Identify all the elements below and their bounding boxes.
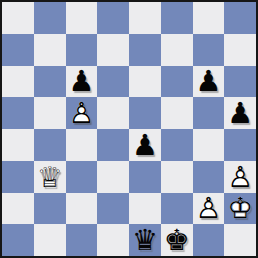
square-c3[interactable] — [66, 161, 98, 193]
square-b2[interactable] — [34, 193, 66, 225]
square-a7[interactable] — [2, 34, 34, 66]
square-b8[interactable] — [34, 2, 66, 34]
square-h1[interactable] — [224, 224, 256, 256]
square-e6[interactable] — [129, 66, 161, 98]
black-king[interactable]: ♚ — [161, 224, 193, 256]
white-queen-outline-glyph: ♕ — [34, 161, 66, 193]
square-f6[interactable] — [161, 66, 193, 98]
square-f1[interactable]: ♚ — [161, 224, 193, 256]
square-b3[interactable]: ♛♕ — [34, 161, 66, 193]
black-queen[interactable]: ♛ — [129, 224, 161, 256]
square-h5[interactable]: ♟ — [224, 97, 256, 129]
white-pawn-outline-glyph: ♙ — [224, 161, 256, 193]
square-f3[interactable] — [161, 161, 193, 193]
square-e3[interactable] — [129, 161, 161, 193]
white-pawn-outline-glyph: ♙ — [193, 193, 225, 225]
square-a8[interactable] — [2, 2, 34, 34]
square-d7[interactable] — [97, 34, 129, 66]
square-c2[interactable] — [66, 193, 98, 225]
square-h6[interactable] — [224, 66, 256, 98]
chess-board-frame: ♟♟♟♙♟♟♛♕♟♙♟♙♚♔♛♚ — [0, 0, 258, 258]
black-pawn[interactable]: ♟ — [224, 97, 256, 129]
square-g2[interactable]: ♟♙ — [193, 193, 225, 225]
square-b1[interactable] — [34, 224, 66, 256]
square-h2[interactable]: ♚♔ — [224, 193, 256, 225]
square-e2[interactable] — [129, 193, 161, 225]
square-g6[interactable]: ♟ — [193, 66, 225, 98]
square-b7[interactable] — [34, 34, 66, 66]
square-a2[interactable] — [2, 193, 34, 225]
square-h4[interactable] — [224, 129, 256, 161]
square-b6[interactable] — [34, 66, 66, 98]
square-e1[interactable]: ♛ — [129, 224, 161, 256]
square-e5[interactable] — [129, 97, 161, 129]
chess-board: ♟♟♟♙♟♟♛♕♟♙♟♙♚♔♛♚ — [2, 2, 256, 256]
square-c1[interactable] — [66, 224, 98, 256]
square-h3[interactable]: ♟♙ — [224, 161, 256, 193]
square-f8[interactable] — [161, 2, 193, 34]
square-a6[interactable] — [2, 66, 34, 98]
square-h8[interactable] — [224, 2, 256, 34]
square-g7[interactable] — [193, 34, 225, 66]
square-b5[interactable] — [34, 97, 66, 129]
black-pawn[interactable]: ♟ — [193, 66, 225, 98]
square-g1[interactable] — [193, 224, 225, 256]
square-d4[interactable] — [97, 129, 129, 161]
square-a4[interactable] — [2, 129, 34, 161]
square-f2[interactable] — [161, 193, 193, 225]
square-g4[interactable] — [193, 129, 225, 161]
square-a3[interactable] — [2, 161, 34, 193]
white-king[interactable]: ♚♔ — [224, 193, 256, 225]
black-king-fill-glyph: ♚ — [161, 224, 193, 256]
square-d8[interactable] — [97, 2, 129, 34]
square-c4[interactable] — [66, 129, 98, 161]
black-pawn-fill-glyph: ♟ — [224, 97, 256, 129]
square-a5[interactable] — [2, 97, 34, 129]
square-g8[interactable] — [193, 2, 225, 34]
square-g5[interactable] — [193, 97, 225, 129]
white-pawn-outline-glyph: ♙ — [66, 97, 98, 129]
square-f5[interactable] — [161, 97, 193, 129]
black-pawn[interactable]: ♟ — [129, 129, 161, 161]
black-pawn-fill-glyph: ♟ — [193, 66, 225, 98]
square-a1[interactable] — [2, 224, 34, 256]
white-pawn[interactable]: ♟♙ — [193, 193, 225, 225]
white-queen[interactable]: ♛♕ — [34, 161, 66, 193]
square-c7[interactable] — [66, 34, 98, 66]
square-e4[interactable]: ♟ — [129, 129, 161, 161]
black-pawn-fill-glyph: ♟ — [129, 129, 161, 161]
square-h7[interactable] — [224, 34, 256, 66]
square-d1[interactable] — [97, 224, 129, 256]
square-e7[interactable] — [129, 34, 161, 66]
square-d6[interactable] — [97, 66, 129, 98]
white-pawn[interactable]: ♟♙ — [66, 97, 98, 129]
black-pawn[interactable]: ♟ — [66, 66, 98, 98]
black-pawn-fill-glyph: ♟ — [66, 66, 98, 98]
white-king-outline-glyph: ♔ — [224, 193, 256, 225]
square-e8[interactable] — [129, 2, 161, 34]
square-d3[interactable] — [97, 161, 129, 193]
square-f7[interactable] — [161, 34, 193, 66]
square-c8[interactable] — [66, 2, 98, 34]
square-d5[interactable] — [97, 97, 129, 129]
black-queen-fill-glyph: ♛ — [129, 224, 161, 256]
square-f4[interactable] — [161, 129, 193, 161]
square-b4[interactable] — [34, 129, 66, 161]
square-c6[interactable]: ♟ — [66, 66, 98, 98]
square-d2[interactable] — [97, 193, 129, 225]
square-c5[interactable]: ♟♙ — [66, 97, 98, 129]
white-pawn[interactable]: ♟♙ — [224, 161, 256, 193]
square-g3[interactable] — [193, 161, 225, 193]
